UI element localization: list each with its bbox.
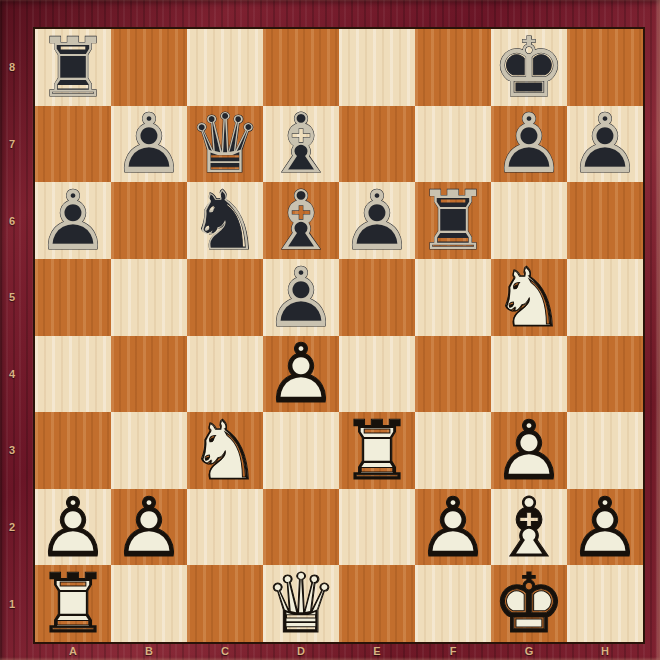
square-c1[interactable] — [187, 565, 263, 642]
square-b6[interactable] — [111, 182, 187, 259]
square-a4[interactable] — [35, 336, 111, 413]
piece-white-king[interactable]: ♚♔ — [491, 565, 567, 642]
square-f5[interactable] — [415, 259, 491, 336]
square-a6[interactable]: ♟♙ — [35, 182, 111, 259]
square-h7[interactable]: ♟♙ — [567, 106, 643, 183]
black-bishop-detail-lines: ♗ — [263, 182, 339, 259]
black-rook-detail-lines: ♖ — [35, 29, 111, 106]
white-pawn-detail-lines: ♙ — [415, 489, 491, 566]
black-rook-detail-lines: ♖ — [415, 182, 491, 259]
black-queen-glyph: ♛ — [187, 106, 263, 183]
white-knight-detail-lines: ♘ — [491, 259, 567, 336]
piece-black-queen[interactable]: ♛♕ — [187, 106, 263, 183]
square-f1[interactable] — [415, 565, 491, 642]
piece-white-rook[interactable]: ♜♖ — [35, 565, 111, 642]
black-pawn-glyph: ♟ — [263, 259, 339, 336]
white-rook-detail-lines: ♖ — [35, 565, 111, 642]
square-e2[interactable] — [339, 489, 415, 566]
white-pawn-detail-lines: ♙ — [111, 489, 187, 566]
piece-black-king[interactable]: ♚♔ — [491, 29, 567, 106]
piece-black-pawn[interactable]: ♟♙ — [491, 106, 567, 183]
rank-label-7: 7 — [0, 106, 35, 183]
rank-label-6: 6 — [0, 182, 35, 259]
square-a7[interactable] — [35, 106, 111, 183]
square-g4[interactable] — [491, 336, 567, 413]
black-pawn-detail-lines: ♙ — [491, 106, 567, 183]
piece-white-queen[interactable]: ♛♕ — [263, 565, 339, 642]
rank-label-4: 4 — [0, 336, 35, 413]
white-pawn-glyph: ♟ — [491, 412, 567, 489]
square-e6[interactable]: ♟♙ — [339, 182, 415, 259]
square-a8[interactable]: ♜♖ — [35, 29, 111, 106]
square-f3[interactable] — [415, 412, 491, 489]
square-h8[interactable] — [567, 29, 643, 106]
piece-black-bishop[interactable]: ♝♗ — [263, 106, 339, 183]
square-e5[interactable] — [339, 259, 415, 336]
white-pawn-glyph: ♟ — [567, 489, 643, 566]
file-label-g: G — [491, 642, 567, 660]
square-b2[interactable]: ♟♙ — [111, 489, 187, 566]
square-f6[interactable]: ♜♖ — [415, 182, 491, 259]
piece-white-rook[interactable]: ♜♖ — [339, 412, 415, 489]
black-pawn-glyph: ♟ — [111, 106, 187, 183]
piece-white-pawn[interactable]: ♟♙ — [35, 489, 111, 566]
rank-label-2: 2 — [0, 489, 35, 566]
piece-white-pawn[interactable]: ♟♙ — [567, 489, 643, 566]
black-queen-detail-lines: ♕ — [187, 106, 263, 183]
rank-label-5: 5 — [0, 259, 35, 336]
piece-black-bishop[interactable]: ♝♗ — [263, 182, 339, 259]
white-pawn-glyph: ♟ — [35, 489, 111, 566]
square-f4[interactable] — [415, 336, 491, 413]
square-e7[interactable] — [339, 106, 415, 183]
square-f8[interactable] — [415, 29, 491, 106]
square-b1[interactable] — [111, 565, 187, 642]
white-knight-glyph: ♞ — [187, 412, 263, 489]
rank-label-8: 8 — [0, 29, 35, 106]
black-bishop-glyph: ♝ — [263, 106, 339, 183]
black-pawn-glyph: ♟ — [567, 106, 643, 183]
square-h1[interactable] — [567, 565, 643, 642]
white-pawn-detail-lines: ♙ — [263, 336, 339, 413]
white-pawn-detail-lines: ♙ — [567, 489, 643, 566]
black-king-detail-lines: ♔ — [491, 29, 567, 106]
black-pawn-detail-lines: ♙ — [567, 106, 643, 183]
square-c5[interactable] — [187, 259, 263, 336]
square-d2[interactable] — [263, 489, 339, 566]
white-pawn-glyph: ♟ — [415, 489, 491, 566]
chessboard-frame: 87654321 ♜♖♚♔♟♙♛♕♝♗♟♙♟♙♟♙♞♘♝♗♟♙♜♖♟♙♞♘♟♙♞… — [0, 0, 660, 660]
square-b7[interactable]: ♟♙ — [111, 106, 187, 183]
square-c6[interactable]: ♞♘ — [187, 182, 263, 259]
piece-white-pawn[interactable]: ♟♙ — [491, 412, 567, 489]
white-bishop-detail-lines: ♗ — [491, 489, 567, 566]
piece-black-pawn[interactable]: ♟♙ — [567, 106, 643, 183]
square-h2[interactable]: ♟♙ — [567, 489, 643, 566]
square-b5[interactable] — [111, 259, 187, 336]
piece-black-pawn[interactable]: ♟♙ — [263, 259, 339, 336]
black-knight-detail-lines: ♘ — [187, 182, 263, 259]
rank-label-3: 3 — [0, 412, 35, 489]
white-queen-glyph: ♛ — [263, 565, 339, 642]
black-pawn-detail-lines: ♙ — [35, 182, 111, 259]
piece-white-pawn[interactable]: ♟♙ — [111, 489, 187, 566]
white-rook-glyph: ♜ — [339, 412, 415, 489]
black-knight-glyph: ♞ — [187, 182, 263, 259]
piece-white-bishop[interactable]: ♝♗ — [491, 489, 567, 566]
square-a3[interactable] — [35, 412, 111, 489]
file-labels: ABCDEFGH — [35, 642, 643, 660]
piece-white-pawn[interactable]: ♟♙ — [415, 489, 491, 566]
black-rook-glyph: ♜ — [35, 29, 111, 106]
square-g1[interactable]: ♚♔ — [491, 565, 567, 642]
square-e8[interactable] — [339, 29, 415, 106]
white-king-detail-lines: ♔ — [491, 565, 567, 642]
square-g7[interactable]: ♟♙ — [491, 106, 567, 183]
square-b3[interactable] — [111, 412, 187, 489]
piece-black-rook[interactable]: ♜♖ — [415, 182, 491, 259]
piece-black-pawn[interactable]: ♟♙ — [339, 182, 415, 259]
black-pawn-glyph: ♟ — [339, 182, 415, 259]
square-h5[interactable] — [567, 259, 643, 336]
square-d7[interactable]: ♝♗ — [263, 106, 339, 183]
square-e4[interactable] — [339, 336, 415, 413]
square-d1[interactable]: ♛♕ — [263, 565, 339, 642]
square-c2[interactable] — [187, 489, 263, 566]
black-pawn-glyph: ♟ — [35, 182, 111, 259]
square-f7[interactable] — [415, 106, 491, 183]
square-c8[interactable] — [187, 29, 263, 106]
piece-black-knight[interactable]: ♞♘ — [187, 182, 263, 259]
white-knight-detail-lines: ♘ — [187, 412, 263, 489]
square-h6[interactable] — [567, 182, 643, 259]
white-pawn-detail-lines: ♙ — [35, 489, 111, 566]
black-pawn-detail-lines: ♙ — [111, 106, 187, 183]
white-bishop-glyph: ♝ — [491, 489, 567, 566]
black-bishop-detail-lines: ♗ — [263, 106, 339, 183]
white-knight-glyph: ♞ — [491, 259, 567, 336]
piece-black-pawn[interactable]: ♟♙ — [111, 106, 187, 183]
piece-black-rook[interactable]: ♜♖ — [35, 29, 111, 106]
square-b4[interactable] — [111, 336, 187, 413]
square-b8[interactable] — [111, 29, 187, 106]
piece-white-pawn[interactable]: ♟♙ — [263, 336, 339, 413]
rank-label-1: 1 — [0, 565, 35, 642]
square-a5[interactable] — [35, 259, 111, 336]
white-rook-glyph: ♜ — [35, 565, 111, 642]
square-a1[interactable]: ♜♖ — [35, 565, 111, 642]
file-label-h: H — [567, 642, 643, 660]
black-bishop-glyph: ♝ — [263, 182, 339, 259]
black-pawn-glyph: ♟ — [491, 106, 567, 183]
white-pawn-detail-lines: ♙ — [491, 412, 567, 489]
square-e3[interactable]: ♜♖ — [339, 412, 415, 489]
square-c4[interactable] — [187, 336, 263, 413]
square-d3[interactable] — [263, 412, 339, 489]
white-pawn-glyph: ♟ — [263, 336, 339, 413]
square-h4[interactable] — [567, 336, 643, 413]
white-pawn-glyph: ♟ — [111, 489, 187, 566]
white-king-glyph: ♚ — [491, 565, 567, 642]
square-h3[interactable] — [567, 412, 643, 489]
square-f2[interactable]: ♟♙ — [415, 489, 491, 566]
black-pawn-detail-lines: ♙ — [339, 182, 415, 259]
white-rook-detail-lines: ♖ — [339, 412, 415, 489]
file-label-b: B — [111, 642, 187, 660]
black-pawn-detail-lines: ♙ — [263, 259, 339, 336]
file-label-a: A — [35, 642, 111, 660]
piece-black-pawn[interactable]: ♟♙ — [35, 182, 111, 259]
file-label-d: D — [263, 642, 339, 660]
square-d8[interactable] — [263, 29, 339, 106]
square-g5[interactable]: ♞♘ — [491, 259, 567, 336]
square-g3[interactable]: ♟♙ — [491, 412, 567, 489]
black-king-glyph: ♚ — [491, 29, 567, 106]
square-c3[interactable]: ♞♘ — [187, 412, 263, 489]
square-g8[interactable]: ♚♔ — [491, 29, 567, 106]
square-g2[interactable]: ♝♗ — [491, 489, 567, 566]
piece-white-knight[interactable]: ♞♘ — [187, 412, 263, 489]
square-a2[interactable]: ♟♙ — [35, 489, 111, 566]
rank-labels: 87654321 — [0, 29, 35, 642]
black-rook-glyph: ♜ — [415, 182, 491, 259]
file-label-f: F — [415, 642, 491, 660]
square-d4[interactable]: ♟♙ — [263, 336, 339, 413]
square-e1[interactable] — [339, 565, 415, 642]
square-d5[interactable]: ♟♙ — [263, 259, 339, 336]
file-label-c: C — [187, 642, 263, 660]
chess-board: ♜♖♚♔♟♙♛♕♝♗♟♙♟♙♟♙♞♘♝♗♟♙♜♖♟♙♞♘♟♙♞♘♜♖♟♙♟♙♟♙… — [35, 29, 643, 642]
square-c7[interactable]: ♛♕ — [187, 106, 263, 183]
white-queen-detail-lines: ♕ — [263, 565, 339, 642]
piece-white-knight[interactable]: ♞♘ — [491, 259, 567, 336]
square-d6[interactable]: ♝♗ — [263, 182, 339, 259]
square-g6[interactable] — [491, 182, 567, 259]
file-label-e: E — [339, 642, 415, 660]
